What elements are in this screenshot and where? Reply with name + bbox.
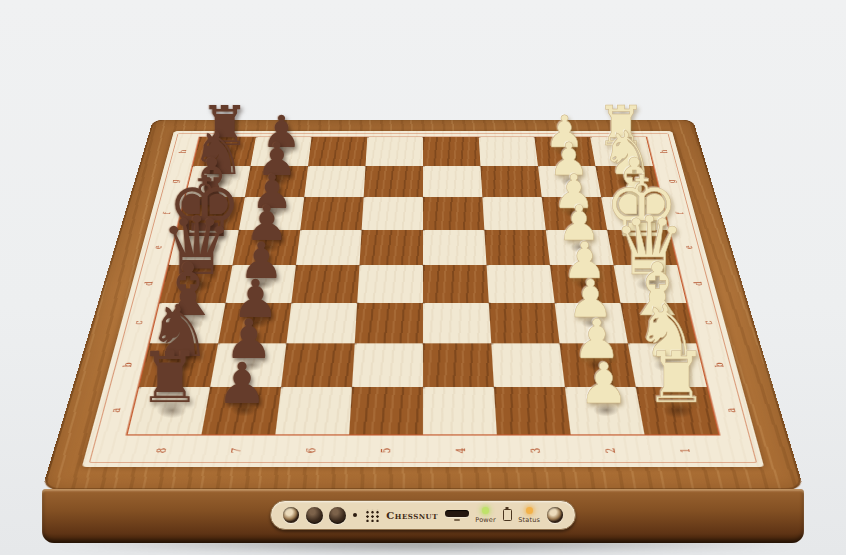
square-f3: [482, 197, 545, 230]
square-e5: [359, 230, 423, 265]
square-b6: [281, 343, 355, 387]
square-b4: [423, 343, 494, 387]
rank-labels: 87654321: [121, 438, 726, 463]
perspective-scene: 87654321 hgfedcba hgfedcba: [0, 0, 846, 555]
square-c3: [489, 303, 560, 344]
square-h2: [534, 137, 595, 166]
square-e4: [423, 230, 487, 265]
battery-icon: [503, 509, 512, 521]
square-c5: [355, 303, 423, 344]
file-label-e: e: [655, 239, 723, 256]
power-led: [482, 507, 489, 514]
file-label-f: f: [133, 205, 198, 221]
square-g6: [304, 166, 365, 197]
usb-icon: [454, 519, 460, 521]
file-label-c: c: [101, 313, 174, 333]
file-label-b: b: [89, 354, 165, 376]
chessnut-board-photo: 87654321 hgfedcba hgfedcba Chessnut Powe…: [0, 0, 846, 555]
control-panel: Chessnut Power Status: [270, 500, 576, 530]
power-indicator: Power: [475, 507, 496, 524]
square-b7: [210, 343, 286, 387]
rank-label-6: 6: [289, 426, 331, 476]
square-c6: [286, 303, 357, 344]
power-label: Power: [475, 516, 496, 524]
file-label-g: g: [640, 174, 703, 189]
file-label-g: g: [143, 174, 206, 189]
usb-c-port: [445, 510, 469, 521]
rank-label-7: 7: [213, 426, 258, 476]
square-c7: [218, 303, 291, 344]
brand-logo: Chessnut: [386, 510, 438, 521]
square-g7: [245, 166, 308, 197]
square-e6: [296, 230, 362, 265]
square-e7: [232, 230, 300, 265]
square-g4: [423, 166, 482, 197]
square-h6: [308, 137, 367, 166]
board-grid: [128, 137, 719, 434]
status-label: Status: [518, 516, 540, 524]
square-h4: [423, 137, 480, 166]
square-f5: [362, 197, 423, 230]
square-c2: [555, 303, 628, 344]
file-label-c: c: [672, 313, 745, 333]
square-b3: [491, 343, 565, 387]
round-button-left: [283, 507, 299, 523]
board-border: 87654321 hgfedcba hgfedcba: [82, 131, 764, 467]
square-h5: [366, 137, 423, 166]
square-e2: [546, 230, 614, 265]
square-g3: [480, 166, 541, 197]
square-d7: [226, 265, 296, 303]
square-h3: [479, 137, 538, 166]
square-b5: [352, 343, 423, 387]
speaker-grille-icon: [364, 509, 380, 522]
rank-label-4: 4: [441, 426, 480, 476]
file-label-b: b: [681, 354, 757, 376]
chess-board: 87654321 hgfedcba hgfedcba: [42, 120, 804, 490]
square-d5: [357, 265, 423, 303]
square-b2: [560, 343, 636, 387]
square-d3: [487, 265, 555, 303]
square-d6: [291, 265, 359, 303]
control-button-2: [329, 507, 346, 524]
file-label-a: a: [691, 399, 771, 422]
file-label-d: d: [113, 274, 183, 293]
file-label-a: a: [75, 399, 155, 422]
file-label-h: h: [152, 144, 213, 158]
control-button-1: [306, 507, 323, 524]
square-e3: [484, 230, 550, 265]
square-d4: [423, 265, 489, 303]
square-d2: [550, 265, 620, 303]
file-label-e: e: [123, 239, 191, 256]
status-led: [526, 507, 533, 514]
square-g5: [364, 166, 423, 197]
square-c4: [423, 303, 491, 344]
file-label-f: f: [647, 205, 712, 221]
board-front-face: Chessnut Power Status: [42, 489, 804, 543]
square-h7: [251, 137, 312, 166]
mic-hole: [353, 513, 357, 517]
square-f2: [542, 197, 607, 230]
usb-c-slot: [445, 510, 469, 517]
square-f6: [300, 197, 363, 230]
square-g2: [538, 166, 601, 197]
status-indicator: Status: [518, 507, 540, 524]
file-label-d: d: [663, 274, 733, 293]
rank-label-3: 3: [515, 426, 557, 476]
file-label-h: h: [633, 144, 694, 158]
rank-label-5: 5: [366, 426, 405, 476]
square-f4: [423, 197, 484, 230]
square-f7: [239, 197, 304, 230]
round-button-right: [547, 507, 563, 523]
